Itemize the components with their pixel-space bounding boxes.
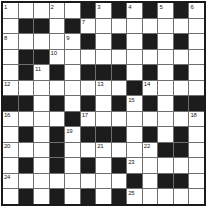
block-cell-r12c11	[158, 174, 173, 189]
letter-cell-r13c1[interactable]	[3, 189, 18, 204]
clue-number-23: 23	[128, 159, 134, 166]
letter-cell-r11c3[interactable]	[34, 158, 49, 173]
block-cell-r9c10	[143, 127, 158, 142]
block-cell-r5c6	[81, 65, 96, 80]
letter-cell-r12c6[interactable]	[81, 174, 96, 189]
letter-cell-r10c1[interactable]: 20	[3, 143, 18, 158]
clue-number-19: 19	[66, 128, 72, 135]
block-cell-r2c2	[19, 19, 34, 34]
letter-cell-r12c1[interactable]: 24	[3, 174, 18, 189]
letter-cell-r6c4[interactable]	[50, 81, 65, 96]
clue-number-6: 6	[190, 4, 193, 11]
clue-number-8: 8	[4, 35, 7, 42]
letter-cell-r4c10[interactable]	[143, 50, 158, 65]
letter-cell-r11c1[interactable]	[3, 158, 18, 173]
letter-cell-r3c11[interactable]	[158, 34, 173, 49]
letter-cell-r10c7[interactable]: 21	[96, 143, 111, 158]
letter-cell-r2c11[interactable]	[158, 19, 173, 34]
clue-number-3: 3	[97, 4, 100, 11]
letter-cell-r6c7[interactable]: 13	[96, 81, 111, 96]
letter-cell-r13c7[interactable]	[96, 189, 111, 204]
block-cell-r4c2	[19, 50, 34, 65]
letter-cell-r8c12[interactable]	[174, 112, 189, 127]
letter-cell-r1c1[interactable]: 1	[3, 3, 18, 18]
letter-cell-r1c13[interactable]: 6	[189, 3, 204, 18]
letter-cell-r12c10[interactable]	[143, 174, 158, 189]
block-cell-r8c5	[65, 112, 80, 127]
block-cell-r7c1	[3, 96, 18, 111]
letter-cell-r1c9[interactable]: 4	[127, 3, 142, 18]
letter-cell-r6c11[interactable]	[158, 81, 173, 96]
block-cell-r10c4	[50, 143, 65, 158]
block-cell-r1c8	[112, 3, 127, 18]
letter-cell-r12c5[interactable]	[65, 174, 80, 189]
letter-cell-r11c9[interactable]: 23	[127, 158, 142, 173]
block-cell-r13c2	[19, 189, 34, 204]
crossword-board: 1234567891011121314151617181920212223242…	[1, 1, 206, 206]
letter-cell-r4c12[interactable]	[174, 50, 189, 65]
letter-cell-r10c2[interactable]	[19, 143, 34, 158]
block-cell-r7c8	[112, 96, 127, 111]
clue-number-21: 21	[97, 143, 103, 150]
letter-cell-r9c11[interactable]	[158, 127, 173, 142]
letter-cell-r6c3[interactable]	[34, 81, 49, 96]
letter-cell-r5c3[interactable]: 11	[34, 65, 49, 80]
block-cell-r3c8	[112, 34, 127, 49]
letter-cell-r9c9[interactable]	[127, 127, 142, 142]
letter-cell-r5c5[interactable]	[65, 65, 80, 80]
letter-cell-r7c7[interactable]	[96, 96, 111, 111]
letter-cell-r6c5[interactable]	[65, 81, 80, 96]
clue-number-13: 13	[97, 81, 103, 88]
clue-number-7: 7	[82, 19, 85, 26]
letter-cell-r10c10[interactable]: 22	[143, 143, 158, 158]
letter-cell-r10c8[interactable]	[112, 143, 127, 158]
block-cell-r4c3	[34, 50, 49, 65]
block-cell-r1c12	[174, 3, 189, 18]
clue-number-20: 20	[4, 143, 10, 150]
block-cell-r9c8	[112, 127, 127, 142]
block-cell-r7c2	[19, 96, 34, 111]
block-cell-r3c10	[143, 34, 158, 49]
letter-cell-r3c4[interactable]	[50, 34, 65, 49]
letter-cell-r12c4[interactable]	[50, 174, 65, 189]
letter-cell-r13c3[interactable]	[34, 189, 49, 204]
letter-cell-r3c13[interactable]	[189, 34, 204, 49]
letter-cell-r4c7[interactable]	[96, 50, 111, 65]
letter-cell-r13c13[interactable]	[189, 189, 204, 204]
letter-cell-r9c13[interactable]	[189, 127, 204, 142]
block-cell-r13c6	[81, 189, 96, 204]
letter-cell-r10c6[interactable]	[81, 143, 96, 158]
block-cell-r9c12	[174, 127, 189, 142]
clue-number-14: 14	[144, 81, 150, 88]
letter-cell-r9c1[interactable]	[3, 127, 18, 142]
letter-cell-r2c8[interactable]	[112, 19, 127, 34]
clue-number-24: 24	[4, 174, 10, 181]
letter-cell-r4c8[interactable]	[112, 50, 127, 65]
letter-cell-r1c3[interactable]	[34, 3, 49, 18]
block-cell-r9c6	[81, 127, 96, 142]
letter-cell-r1c11[interactable]: 5	[158, 3, 173, 18]
clue-number-16: 16	[4, 112, 10, 119]
letter-cell-r11c11[interactable]	[158, 158, 173, 173]
block-cell-r10c11	[158, 143, 173, 158]
clue-number-18: 18	[190, 112, 196, 119]
letter-cell-r3c2[interactable]	[19, 34, 34, 49]
block-cell-r12c9	[127, 174, 142, 189]
letter-cell-r11c10[interactable]	[143, 158, 158, 173]
letter-cell-r2c13[interactable]	[189, 19, 204, 34]
block-cell-r7c6	[81, 96, 96, 111]
block-cell-r5c10	[143, 65, 158, 80]
letter-cell-r8c4[interactable]	[50, 112, 65, 127]
letter-cell-r4c1[interactable]	[3, 50, 18, 65]
block-cell-r1c6	[81, 3, 96, 18]
letter-cell-r1c7[interactable]: 3	[96, 3, 111, 18]
letter-cell-r13c9[interactable]: 25	[127, 189, 142, 204]
block-cell-r5c2	[19, 65, 34, 80]
block-cell-r1c10	[143, 3, 158, 18]
letter-cell-r1c5[interactable]	[65, 3, 80, 18]
letter-cell-r8c11[interactable]	[158, 112, 173, 127]
letter-cell-r5c11[interactable]	[158, 65, 173, 80]
letter-cell-r13c12[interactable]	[174, 189, 189, 204]
letter-cell-r10c5[interactable]	[65, 143, 80, 158]
clue-number-11: 11	[35, 66, 41, 73]
letter-cell-r11c7[interactable]	[96, 158, 111, 173]
letter-cell-r8c13[interactable]: 18	[189, 112, 204, 127]
letter-cell-r11c13[interactable]	[189, 158, 204, 173]
block-cell-r11c6	[81, 158, 96, 173]
clue-number-2: 2	[51, 4, 54, 11]
block-cell-r5c4	[50, 65, 65, 80]
clue-number-1: 1	[4, 4, 7, 11]
clue-number-9: 9	[66, 35, 69, 42]
letter-cell-r6c2[interactable]	[19, 81, 34, 96]
letter-cell-r12c3[interactable]	[34, 174, 49, 189]
clue-number-10: 10	[51, 50, 57, 57]
clue-number-17: 17	[82, 112, 88, 119]
letter-cell-r6c10[interactable]: 14	[143, 81, 158, 96]
block-cell-r9c2	[19, 127, 34, 142]
letter-cell-r10c13[interactable]	[189, 143, 204, 158]
letter-cell-r2c1[interactable]	[3, 19, 18, 34]
letter-cell-r8c1[interactable]: 16	[3, 112, 18, 127]
block-cell-r6c9	[127, 81, 142, 96]
block-cell-r11c8	[112, 158, 127, 173]
letter-cell-r7c5[interactable]	[65, 96, 80, 111]
letter-cell-r2c10[interactable]	[143, 19, 158, 34]
block-cell-r7c10	[143, 96, 158, 111]
letter-cell-r2c6[interactable]: 7	[81, 19, 96, 34]
letter-cell-r13c11[interactable]	[158, 189, 173, 204]
block-cell-r10c12	[174, 143, 189, 158]
letter-cell-r13c5[interactable]	[65, 189, 80, 204]
letter-cell-r4c6[interactable]	[81, 50, 96, 65]
letter-cell-r8c6[interactable]: 17	[81, 112, 96, 127]
letter-cell-r8c10[interactable]	[143, 112, 158, 127]
letter-cell-r4c9[interactable]	[127, 50, 142, 65]
clue-number-25: 25	[128, 190, 134, 197]
letter-cell-r6c1[interactable]: 12	[3, 81, 18, 96]
letter-cell-r11c12[interactable]	[174, 158, 189, 173]
block-cell-r5c12	[174, 65, 189, 80]
letter-cell-r12c2[interactable]	[19, 174, 34, 189]
block-cell-r9c7	[96, 127, 111, 142]
letter-cell-r5c13[interactable]	[189, 65, 204, 80]
letter-cell-r3c7[interactable]	[96, 34, 111, 49]
letter-cell-r9c3[interactable]	[34, 127, 49, 142]
letter-cell-r4c5[interactable]	[65, 50, 80, 65]
letter-cell-r1c2[interactable]	[19, 3, 34, 18]
block-cell-r5c7	[96, 65, 111, 80]
letter-cell-r8c3[interactable]	[34, 112, 49, 127]
block-cell-r2c5	[65, 19, 80, 34]
letter-cell-r3c1[interactable]: 8	[3, 34, 18, 49]
letter-cell-r3c5[interactable]: 9	[65, 34, 80, 49]
letter-cell-r8c8[interactable]	[112, 112, 127, 127]
letter-cell-r2c9[interactable]	[127, 19, 142, 34]
letter-cell-r7c9[interactable]: 15	[127, 96, 142, 111]
letter-cell-r13c10[interactable]	[143, 189, 158, 204]
crossword-page: 1234567891011121314151617181920212223242…	[0, 0, 207, 207]
block-cell-r11c2	[19, 158, 34, 173]
block-cell-r5c8	[112, 65, 127, 80]
letter-cell-r1c4[interactable]: 2	[50, 3, 65, 18]
block-cell-r13c4	[50, 189, 65, 204]
letter-cell-r6c12[interactable]	[174, 81, 189, 96]
block-cell-r3c12	[174, 34, 189, 49]
clue-number-4: 4	[128, 4, 131, 11]
letter-cell-r10c9[interactable]	[127, 143, 142, 158]
letter-cell-r7c11[interactable]	[158, 96, 173, 111]
block-cell-r3c6	[81, 34, 96, 49]
letter-cell-r10c3[interactable]	[34, 143, 49, 158]
letter-cell-r4c13[interactable]	[189, 50, 204, 65]
letter-cell-r4c4[interactable]: 10	[50, 50, 65, 65]
block-cell-r7c12	[174, 96, 189, 111]
letter-cell-r12c7[interactable]	[96, 174, 111, 189]
block-cell-r9c4	[50, 127, 65, 142]
clue-number-5: 5	[159, 4, 162, 11]
letter-cell-r8c7[interactable]	[96, 112, 111, 127]
letter-cell-r12c8[interactable]	[112, 174, 127, 189]
clue-number-15: 15	[128, 97, 134, 104]
block-cell-r7c4	[50, 96, 65, 111]
letter-cell-r9c5[interactable]: 19	[65, 127, 80, 142]
letter-cell-r2c4[interactable]	[50, 19, 65, 34]
letter-cell-r6c8[interactable]	[112, 81, 127, 96]
letter-cell-r3c9[interactable]	[127, 34, 142, 49]
letter-cell-r4c11[interactable]	[158, 50, 173, 65]
letter-cell-r6c6[interactable]	[81, 81, 96, 96]
letter-cell-r12c13[interactable]	[189, 174, 204, 189]
letter-cell-r7c3[interactable]	[34, 96, 49, 111]
block-cell-r13c8	[112, 189, 127, 204]
letter-cell-r5c1[interactable]	[3, 65, 18, 80]
clue-number-12: 12	[4, 81, 10, 88]
letter-cell-r2c12[interactable]	[174, 19, 189, 34]
block-cell-r2c3	[34, 19, 49, 34]
letter-cell-r6c13[interactable]	[189, 81, 204, 96]
block-cell-r11c4	[50, 158, 65, 173]
letter-cell-r5c9[interactable]	[127, 65, 142, 80]
letter-cell-r11c5[interactable]	[65, 158, 80, 173]
block-cell-r12c12	[174, 174, 189, 189]
letter-cell-r8c9[interactable]	[127, 112, 142, 127]
letter-cell-r3c3[interactable]	[34, 34, 49, 49]
letter-cell-r8c2[interactable]	[19, 112, 34, 127]
block-cell-r7c13	[189, 96, 204, 111]
letter-cell-r2c7[interactable]	[96, 19, 111, 34]
clue-number-22: 22	[144, 143, 150, 150]
